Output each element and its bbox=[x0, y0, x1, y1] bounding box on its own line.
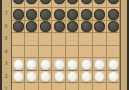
dark-piece[interactable] bbox=[81, 9, 92, 20]
rank-label: 4 bbox=[2, 48, 10, 54]
white-piece[interactable] bbox=[40, 71, 51, 82]
dark-piece[interactable] bbox=[67, 0, 78, 4]
white-piece[interactable] bbox=[67, 71, 78, 82]
board-cell[interactable] bbox=[52, 8, 66, 21]
board-cell[interactable] bbox=[107, 83, 121, 90]
board-cell[interactable] bbox=[66, 58, 80, 71]
dark-piece[interactable] bbox=[13, 21, 24, 32]
board-cell[interactable] bbox=[66, 71, 80, 84]
board-cell[interactable] bbox=[39, 83, 53, 90]
dark-piece[interactable] bbox=[26, 21, 37, 32]
board-cell[interactable] bbox=[107, 71, 121, 84]
board-cell[interactable] bbox=[12, 71, 26, 84]
rank-label: 5 bbox=[2, 35, 10, 41]
dark-piece[interactable] bbox=[67, 9, 78, 20]
board-cell[interactable] bbox=[66, 0, 80, 8]
dark-piece[interactable] bbox=[108, 21, 119, 32]
board-cell[interactable] bbox=[93, 0, 107, 8]
dark-piece[interactable] bbox=[67, 21, 78, 32]
dark-piece[interactable] bbox=[13, 0, 24, 4]
board-cell[interactable] bbox=[25, 58, 39, 71]
dark-piece[interactable] bbox=[94, 0, 105, 4]
board-cell[interactable] bbox=[25, 0, 39, 8]
board-cell[interactable] bbox=[79, 58, 93, 71]
board-cell[interactable] bbox=[107, 46, 121, 59]
board-cell[interactable] bbox=[12, 0, 26, 8]
board-cell[interactable] bbox=[66, 21, 80, 34]
dark-piece[interactable] bbox=[54, 9, 65, 20]
board-cell[interactable] bbox=[93, 83, 107, 90]
white-piece[interactable] bbox=[81, 59, 92, 70]
board-cell[interactable] bbox=[12, 33, 26, 46]
board-cell[interactable] bbox=[66, 8, 80, 21]
board-cell[interactable] bbox=[25, 46, 39, 59]
right-outer-edge bbox=[127, 0, 129, 90]
dark-piece[interactable] bbox=[94, 9, 105, 20]
dama-board-screenshot: 7654321 bbox=[0, 0, 129, 90]
dark-piece[interactable] bbox=[108, 0, 119, 4]
dark-piece[interactable] bbox=[54, 21, 65, 32]
dark-piece[interactable] bbox=[40, 21, 51, 32]
white-piece[interactable] bbox=[108, 59, 119, 70]
dark-piece[interactable] bbox=[26, 9, 37, 20]
dark-piece[interactable] bbox=[40, 9, 51, 20]
dark-piece[interactable] bbox=[81, 0, 92, 4]
rank-label: 1 bbox=[2, 86, 10, 90]
board-cell[interactable] bbox=[39, 8, 53, 21]
board-cell[interactable] bbox=[107, 33, 121, 46]
board-cell[interactable] bbox=[39, 21, 53, 34]
board-cell[interactable] bbox=[12, 46, 26, 59]
white-piece[interactable] bbox=[94, 71, 105, 82]
board-cell[interactable] bbox=[39, 71, 53, 84]
board-cell[interactable] bbox=[79, 83, 93, 90]
board-cell[interactable] bbox=[93, 21, 107, 34]
board-cell[interactable] bbox=[12, 83, 26, 90]
board-cell[interactable] bbox=[52, 58, 66, 71]
white-piece[interactable] bbox=[26, 59, 37, 70]
board-cell[interactable] bbox=[66, 46, 80, 59]
board-cell[interactable] bbox=[79, 46, 93, 59]
board-cell[interactable] bbox=[66, 33, 80, 46]
white-piece[interactable] bbox=[54, 71, 65, 82]
board-cell[interactable] bbox=[25, 83, 39, 90]
board-cell[interactable] bbox=[52, 46, 66, 59]
board-cell[interactable] bbox=[66, 83, 80, 90]
board-cell[interactable] bbox=[52, 83, 66, 90]
board bbox=[11, 0, 122, 90]
white-piece[interactable] bbox=[67, 59, 78, 70]
board-cell[interactable] bbox=[107, 21, 121, 34]
board-cell[interactable] bbox=[52, 21, 66, 34]
board-cell[interactable] bbox=[25, 33, 39, 46]
board-cell[interactable] bbox=[93, 58, 107, 71]
board-cell[interactable] bbox=[39, 0, 53, 8]
board-cell[interactable] bbox=[107, 0, 121, 8]
board-cell[interactable] bbox=[79, 21, 93, 34]
board-cell[interactable] bbox=[12, 21, 26, 34]
board-cell[interactable] bbox=[39, 33, 53, 46]
white-piece[interactable] bbox=[54, 59, 65, 70]
rank-label: 2 bbox=[2, 73, 10, 79]
rank-label: 7 bbox=[2, 10, 10, 16]
white-piece[interactable] bbox=[108, 71, 119, 82]
board-cell[interactable] bbox=[107, 8, 121, 21]
board-cell[interactable] bbox=[107, 58, 121, 71]
dark-piece[interactable] bbox=[13, 9, 24, 20]
white-piece[interactable] bbox=[26, 71, 37, 82]
board-cell[interactable] bbox=[79, 8, 93, 21]
board-cell[interactable] bbox=[79, 71, 93, 84]
board-cell[interactable] bbox=[25, 71, 39, 84]
board-cell[interactable] bbox=[93, 46, 107, 59]
white-piece[interactable] bbox=[13, 59, 24, 70]
white-piece[interactable] bbox=[94, 59, 105, 70]
rank-label: 3 bbox=[2, 60, 10, 66]
board-cell[interactable] bbox=[93, 71, 107, 84]
board-cell[interactable] bbox=[93, 8, 107, 21]
white-piece[interactable] bbox=[81, 71, 92, 82]
board-cell[interactable] bbox=[93, 33, 107, 46]
white-piece[interactable] bbox=[13, 71, 24, 82]
rank-label-strip: 7654321 bbox=[2, 0, 11, 90]
dark-piece[interactable] bbox=[26, 0, 37, 4]
dark-piece[interactable] bbox=[54, 0, 65, 4]
rank-label: 6 bbox=[2, 23, 10, 29]
board-cell[interactable] bbox=[52, 33, 66, 46]
left-outer-edge bbox=[0, 0, 2, 90]
white-piece[interactable] bbox=[40, 59, 51, 70]
board-cell[interactable] bbox=[52, 0, 66, 8]
board-cell[interactable] bbox=[79, 0, 93, 8]
board-cell[interactable] bbox=[25, 21, 39, 34]
dark-piece[interactable] bbox=[40, 0, 51, 4]
dark-piece[interactable] bbox=[94, 21, 105, 32]
board-cell[interactable] bbox=[25, 8, 39, 21]
dark-piece[interactable] bbox=[108, 9, 119, 20]
board-cell[interactable] bbox=[39, 58, 53, 71]
dark-piece[interactable] bbox=[81, 21, 92, 32]
board-cell[interactable] bbox=[52, 71, 66, 84]
board-cell[interactable] bbox=[12, 8, 26, 21]
board-cell[interactable] bbox=[79, 33, 93, 46]
board-cell[interactable] bbox=[39, 46, 53, 59]
board-cell[interactable] bbox=[12, 58, 26, 71]
